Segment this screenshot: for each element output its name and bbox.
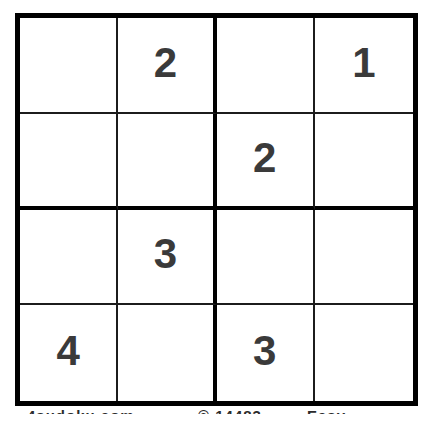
cell-r3c2[interactable]: 3: [118, 210, 216, 306]
cell-r1c2[interactable]: 2: [118, 18, 216, 114]
cell-r1c3[interactable]: [217, 18, 315, 114]
cell-value: 4: [56, 330, 79, 372]
cell-r2c1[interactable]: [20, 114, 118, 210]
cell-r4c2[interactable]: [118, 305, 216, 401]
caption-source-text: 4sudoku.com: [27, 408, 135, 414]
cell-r2c2[interactable]: [118, 114, 216, 210]
sudoku-screen: 2 1 2 3 4 3 4sudoku.com © 14483 Easy: [0, 0, 440, 430]
cell-r3c4[interactable]: [315, 210, 413, 306]
cell-r2c4[interactable]: [315, 114, 413, 210]
cell-r1c1[interactable]: [20, 18, 118, 114]
cell-value: 1: [352, 42, 375, 84]
cell-r4c1[interactable]: 4: [20, 305, 118, 401]
footer-caption-cropped: 4sudoku.com © 14483 Easy: [0, 408, 440, 414]
caption-difficulty-text: Easy: [307, 408, 346, 414]
cell-r4c3[interactable]: 3: [217, 305, 315, 401]
cell-value: 2: [253, 137, 276, 179]
cell-value: 2: [154, 42, 177, 84]
cell-value: 3: [154, 233, 177, 275]
cell-value: 3: [253, 330, 276, 372]
caption-puzzle-id-text: © 14483: [198, 408, 262, 414]
cell-r3c3[interactable]: [217, 210, 315, 306]
sudoku-board: 2 1 2 3 4 3: [15, 13, 418, 406]
cell-r3c1[interactable]: [20, 210, 118, 306]
cell-r2c3[interactable]: 2: [217, 114, 315, 210]
cell-r4c4[interactable]: [315, 305, 413, 401]
cell-r1c4[interactable]: 1: [315, 18, 413, 114]
